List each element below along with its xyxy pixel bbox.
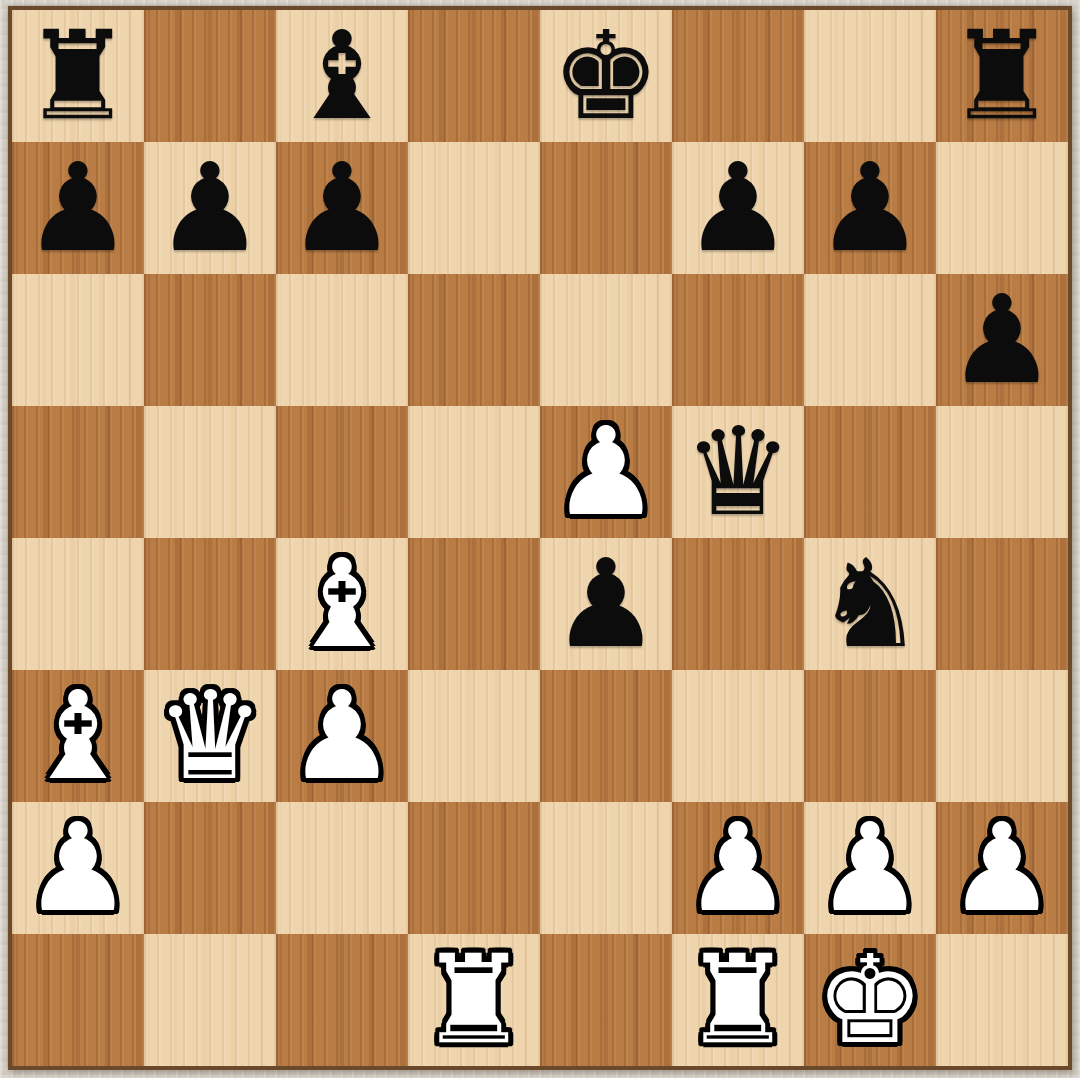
square-a3[interactable]: ♝ (12, 670, 144, 802)
piece-black-pawn[interactable]: ♟ (683, 142, 792, 274)
square-b7[interactable]: ♟ (144, 142, 276, 274)
square-d8[interactable] (408, 10, 540, 142)
square-c8[interactable]: ♝ (276, 10, 408, 142)
square-f5[interactable]: ♛ (672, 406, 804, 538)
square-c1[interactable] (276, 934, 408, 1066)
square-d6[interactable] (408, 274, 540, 406)
piece-white-rook[interactable]: ♜ (419, 934, 528, 1066)
square-a5[interactable] (12, 406, 144, 538)
square-f1[interactable]: ♜ (672, 934, 804, 1066)
piece-black-pawn[interactable]: ♟ (815, 142, 924, 274)
square-h6[interactable]: ♟ (936, 274, 1068, 406)
square-a2[interactable]: ♟ (12, 802, 144, 934)
square-e3[interactable] (540, 670, 672, 802)
square-g2[interactable]: ♟ (804, 802, 936, 934)
square-e6[interactable] (540, 274, 672, 406)
square-g8[interactable] (804, 10, 936, 142)
piece-white-king[interactable]: ♚ (815, 934, 924, 1066)
piece-white-pawn[interactable]: ♟ (683, 802, 792, 934)
square-b1[interactable] (144, 934, 276, 1066)
square-h2[interactable]: ♟ (936, 802, 1068, 934)
square-h1[interactable] (936, 934, 1068, 1066)
square-a4[interactable] (12, 538, 144, 670)
piece-black-king[interactable]: ♚ (551, 10, 660, 142)
piece-white-pawn[interactable]: ♟ (287, 670, 396, 802)
square-g4[interactable]: ♞ (804, 538, 936, 670)
piece-black-pawn[interactable]: ♟ (551, 538, 660, 670)
piece-white-pawn[interactable]: ♟ (551, 406, 660, 538)
square-e2[interactable] (540, 802, 672, 934)
square-c5[interactable] (276, 406, 408, 538)
square-b3[interactable]: ♛ (144, 670, 276, 802)
square-d7[interactable] (408, 142, 540, 274)
chess-board: ♜♝♚♜♟♟♟♟♟♟♟♛♝♟♞♝♛♟♟♟♟♟♜♜♚ (12, 10, 1068, 1066)
piece-white-pawn[interactable]: ♟ (815, 802, 924, 934)
square-b6[interactable] (144, 274, 276, 406)
square-e4[interactable]: ♟ (540, 538, 672, 670)
piece-white-bishop[interactable]: ♝ (287, 538, 396, 670)
square-a7[interactable]: ♟ (12, 142, 144, 274)
piece-black-pawn[interactable]: ♟ (23, 142, 132, 274)
square-c2[interactable] (276, 802, 408, 934)
square-f4[interactable] (672, 538, 804, 670)
piece-black-pawn[interactable]: ♟ (287, 142, 396, 274)
square-c4[interactable]: ♝ (276, 538, 408, 670)
piece-black-knight[interactable]: ♞ (815, 538, 924, 670)
square-b8[interactable] (144, 10, 276, 142)
square-g6[interactable] (804, 274, 936, 406)
square-a6[interactable] (12, 274, 144, 406)
chess-board-frame: ♜♝♚♜♟♟♟♟♟♟♟♛♝♟♞♝♛♟♟♟♟♟♜♜♚ (8, 6, 1072, 1070)
square-d3[interactable] (408, 670, 540, 802)
square-f2[interactable]: ♟ (672, 802, 804, 934)
piece-black-pawn[interactable]: ♟ (155, 142, 264, 274)
piece-white-pawn[interactable]: ♟ (23, 802, 132, 934)
square-c7[interactable]: ♟ (276, 142, 408, 274)
square-d4[interactable] (408, 538, 540, 670)
piece-black-queen[interactable]: ♛ (683, 406, 792, 538)
piece-black-rook[interactable]: ♜ (23, 10, 132, 142)
square-e7[interactable] (540, 142, 672, 274)
square-d5[interactable] (408, 406, 540, 538)
piece-white-queen[interactable]: ♛ (155, 670, 264, 802)
square-f6[interactable] (672, 274, 804, 406)
square-c3[interactable]: ♟ (276, 670, 408, 802)
square-f8[interactable] (672, 10, 804, 142)
square-a8[interactable]: ♜ (12, 10, 144, 142)
square-a1[interactable] (12, 934, 144, 1066)
square-h4[interactable] (936, 538, 1068, 670)
square-c6[interactable] (276, 274, 408, 406)
square-h7[interactable] (936, 142, 1068, 274)
square-b5[interactable] (144, 406, 276, 538)
piece-white-pawn[interactable]: ♟ (947, 802, 1056, 934)
square-d2[interactable] (408, 802, 540, 934)
square-e1[interactable] (540, 934, 672, 1066)
square-f3[interactable] (672, 670, 804, 802)
piece-white-bishop[interactable]: ♝ (23, 670, 132, 802)
square-h5[interactable] (936, 406, 1068, 538)
square-g7[interactable]: ♟ (804, 142, 936, 274)
piece-black-bishop[interactable]: ♝ (287, 10, 396, 142)
square-h8[interactable]: ♜ (936, 10, 1068, 142)
square-e8[interactable]: ♚ (540, 10, 672, 142)
piece-white-rook[interactable]: ♜ (683, 934, 792, 1066)
square-g5[interactable] (804, 406, 936, 538)
piece-black-rook[interactable]: ♜ (947, 10, 1056, 142)
piece-black-pawn[interactable]: ♟ (947, 274, 1056, 406)
square-g3[interactable] (804, 670, 936, 802)
square-b2[interactable] (144, 802, 276, 934)
square-f7[interactable]: ♟ (672, 142, 804, 274)
square-e5[interactable]: ♟ (540, 406, 672, 538)
square-b4[interactable] (144, 538, 276, 670)
square-h3[interactable] (936, 670, 1068, 802)
square-g1[interactable]: ♚ (804, 934, 936, 1066)
square-d1[interactable]: ♜ (408, 934, 540, 1066)
